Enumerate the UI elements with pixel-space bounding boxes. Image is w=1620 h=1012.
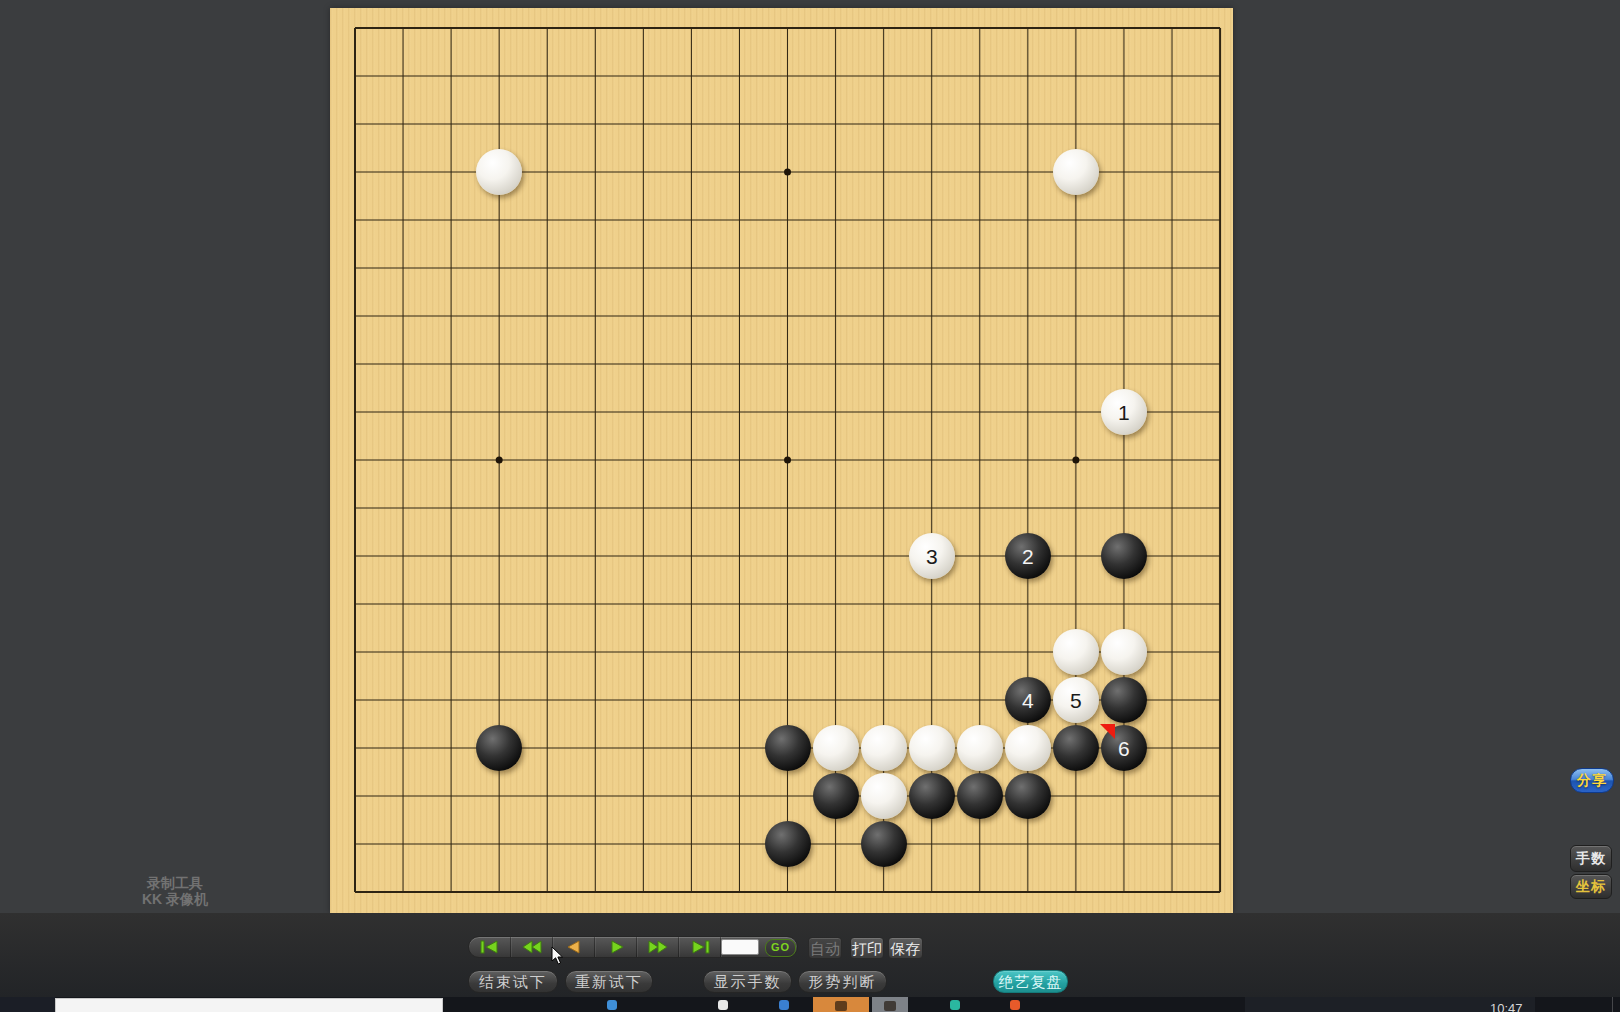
stone-black <box>1101 533 1147 579</box>
stone-white <box>1053 149 1099 195</box>
taskbar-app-red-icon[interactable] <box>1010 1000 1020 1010</box>
taskbar-app-active-gray-tile[interactable] <box>872 997 908 1012</box>
position-judgment-button[interactable]: 形势判断 <box>798 970 887 993</box>
go-board[interactable]: 132456 <box>330 8 1233 913</box>
stone-black <box>765 725 811 771</box>
show-move-numbers-button[interactable]: 显示手数 <box>703 970 792 993</box>
recorder-watermark: 录制工具 KK 录像机 <box>135 875 215 907</box>
recorder-watermark-line2: KK 录像机 <box>135 891 215 907</box>
stone-black-move-4: 4 <box>1005 677 1051 723</box>
last-move-marker-icon <box>1100 724 1115 739</box>
stone-white <box>1053 629 1099 675</box>
fast-forward-button[interactable] <box>637 937 679 957</box>
taskbar-app-blue-2-icon[interactable] <box>779 1000 789 1010</box>
stone-white-move-3: 3 <box>909 533 955 579</box>
taskbar-app-active-gray-tile-glyph <box>884 1001 896 1011</box>
stone-black <box>765 821 811 867</box>
stone-black <box>909 773 955 819</box>
taskbar-app-white-icon[interactable] <box>718 1000 728 1010</box>
stone-white <box>957 725 1003 771</box>
stone-black-move-2: 2 <box>1005 533 1051 579</box>
play-icon <box>604 939 628 955</box>
play-button[interactable] <box>595 937 637 957</box>
skip-to-end-icon <box>688 939 712 955</box>
stone-black <box>1101 677 1147 723</box>
taskbar-app-active-orange-tile-glyph <box>835 1001 847 1011</box>
stone-black <box>861 821 907 867</box>
save-button[interactable]: 保存 <box>888 937 923 959</box>
stone-black <box>1053 725 1099 771</box>
recorder-watermark-line1: 录制工具 <box>135 875 215 891</box>
fast-forward-icon <box>646 939 670 955</box>
move-number-input[interactable] <box>721 939 759 955</box>
move-count-toggle-button[interactable]: 手数 <box>1570 845 1612 872</box>
stone-black <box>957 773 1003 819</box>
stone-white-move-5: 5 <box>1053 677 1099 723</box>
taskbar-app-teal-icon[interactable] <box>950 1000 960 1010</box>
print-button[interactable]: 打印 <box>850 937 884 959</box>
stone-white <box>813 725 859 771</box>
stone-white <box>861 725 907 771</box>
mouse-cursor <box>551 946 565 966</box>
taskbar-app-blue-1-icon[interactable] <box>607 1000 617 1010</box>
stone-white <box>861 773 907 819</box>
taskbar-app-active-orange-tile[interactable] <box>813 997 869 1012</box>
stone-black <box>476 725 522 771</box>
start-button-area[interactable] <box>0 997 55 1012</box>
app-window: { "game": "go", "board_size": 19, "posit… <box>0 0 1620 1012</box>
fast-rewind-icon <box>520 939 544 955</box>
fast-rewind-button[interactable] <box>511 937 553 957</box>
stone-white-move-1: 1 <box>1101 389 1147 435</box>
auto-play-button[interactable]: 自动 <box>808 937 842 959</box>
taskbar-search-input[interactable] <box>55 998 443 1012</box>
restart-trial-button[interactable]: 重新试下 <box>565 970 653 993</box>
step-back-icon <box>562 939 586 955</box>
ai-review-button[interactable]: 绝艺复盘 <box>993 970 1068 993</box>
stone-white <box>476 149 522 195</box>
stone-black <box>813 773 859 819</box>
taskbar: 10:47 <box>0 997 1620 1012</box>
stone-white <box>1005 725 1051 771</box>
playback-toolbar: GO <box>468 936 798 958</box>
stone-white <box>909 725 955 771</box>
skip-to-end-button[interactable] <box>679 937 721 957</box>
show-desktop-button[interactable] <box>1612 997 1613 1012</box>
stone-black <box>1005 773 1051 819</box>
skip-to-start-button[interactable] <box>469 937 511 957</box>
taskbar-clock: 10:47 <box>1490 1001 1523 1012</box>
board-grid <box>330 8 1233 913</box>
end-trial-button[interactable]: 结束试下 <box>468 970 558 993</box>
skip-to-start-icon <box>478 939 502 955</box>
stone-white <box>1101 629 1147 675</box>
go-button[interactable]: GO <box>765 939 796 957</box>
coordinates-toggle-button[interactable]: 坐标 <box>1570 874 1612 899</box>
share-button[interactable]: 分享 <box>1570 768 1614 793</box>
